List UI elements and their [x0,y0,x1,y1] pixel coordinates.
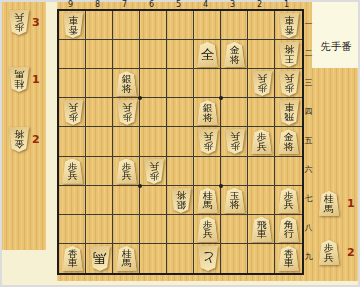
board-cell[interactable] [167,157,194,186]
board-cell[interactable] [140,98,167,127]
board-cell[interactable] [113,186,140,215]
board-cell[interactable] [59,69,86,98]
rank-label-7: 七 [303,193,314,204]
board-cell[interactable] [113,127,140,156]
rank-label-4: 四 [303,106,314,117]
board-cell[interactable] [86,11,113,40]
board-cell[interactable] [194,11,221,40]
board-cell[interactable] [140,69,167,98]
board-cell[interactable] [248,186,275,215]
board-cell[interactable] [167,244,194,273]
board-cell[interactable] [86,157,113,186]
board-cell[interactable] [167,69,194,98]
board-cell[interactable] [248,244,275,273]
file-label-2: 2 [246,0,273,9]
left-bottom-panel [2,250,56,285]
board-cell[interactable] [248,157,275,186]
board-cell[interactable] [140,215,167,244]
gote-hand-count-桂馬: 1 [32,73,40,86]
file-label-7: 7 [111,0,138,9]
left-separator-strip [46,2,57,285]
board-cell[interactable] [140,40,167,69]
board-cell[interactable] [221,244,248,273]
sente-hand-count-桂馬: 1 [347,197,355,210]
board-cell[interactable] [59,215,86,244]
board-cell[interactable] [167,40,194,69]
rank-label-8: 八 [303,222,314,233]
file-label-3: 3 [219,0,246,9]
board-cell[interactable] [221,11,248,40]
board-cell[interactable] [194,69,221,98]
sente-hand-count-歩兵: 2 [347,246,355,259]
rank-label-6: 六 [303,164,314,175]
star-dot [219,184,223,188]
board-cell[interactable] [140,244,167,273]
board-cell[interactable] [167,98,194,127]
file-label-1: 1 [273,0,300,9]
gote-hand-count-歩兵: 3 [32,16,40,29]
board-cell[interactable] [221,98,248,127]
board-cell[interactable] [113,215,140,244]
board-cell[interactable] [221,157,248,186]
board-cell[interactable] [86,98,113,127]
board-cell[interactable] [59,40,86,69]
board-cell[interactable] [86,215,113,244]
rank-label-9: 九 [303,251,314,262]
board-cell[interactable] [221,69,248,98]
star-dot [138,184,142,188]
rank-label-1: 一 [303,19,314,30]
file-label-5: 5 [165,0,192,9]
turn-panel [312,2,358,68]
board-cell[interactable] [86,186,113,215]
star-dot [219,96,223,100]
rank-label-2: 二 [303,48,314,59]
board-cell[interactable] [167,127,194,156]
board-cell[interactable] [221,215,248,244]
board-cell[interactable] [194,157,221,186]
bottom-strip [2,281,358,285]
gote-hand-count-金将: 2 [32,133,40,146]
board-cell[interactable] [167,11,194,40]
shogi-board[interactable]: 香車香車王将歩兵歩兵歩兵歩兵飛車歩兵歩兵歩兵銀将馬と全金将銀将銀将歩兵金将歩兵歩… [57,9,304,275]
file-label-9: 9 [57,0,84,9]
board-cell[interactable] [275,157,302,186]
board-cell[interactable] [59,127,86,156]
board-cell[interactable] [248,98,275,127]
board-cell[interactable] [113,11,140,40]
rank-label-5: 五 [303,135,314,146]
board-cell[interactable] [248,11,275,40]
board-cell[interactable] [86,69,113,98]
board-cell[interactable] [59,186,86,215]
file-label-8: 8 [84,0,111,9]
star-dot [138,96,142,100]
file-label-4: 4 [192,0,219,9]
board-cell[interactable] [140,127,167,156]
board-cell[interactable] [248,40,275,69]
rank-label-3: 三 [303,77,314,88]
board-cell[interactable] [113,40,140,69]
board-cell[interactable] [86,127,113,156]
board-cell[interactable] [86,40,113,69]
board-cell[interactable] [140,186,167,215]
board-cell[interactable] [140,11,167,40]
board-cell[interactable] [167,215,194,244]
turn-indicator: 先手番 [314,40,358,54]
file-label-6: 6 [138,0,165,9]
